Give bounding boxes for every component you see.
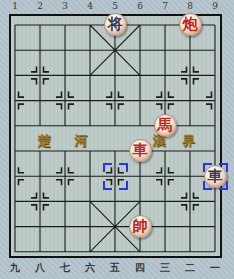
marker-corner [219,163,228,172]
file-label: 3 [53,0,78,12]
marker-corner [219,181,228,190]
file-label: 九 [3,261,28,275]
file-label: 七 [53,261,78,275]
file-label: 7 [153,0,178,12]
marker-corner [119,163,128,172]
marker-corner [103,181,112,190]
marker-corner [103,163,112,172]
piece-red-chariot[interactable]: 車 [129,139,152,162]
last-move-marker [103,164,128,189]
file-label: 2 [28,0,53,12]
file-label: 6 [128,0,153,12]
file-label: 八 [28,261,53,275]
xiangqi-app-screen: 1 2 3 4 5 6 7 8 9 楚 河 漢 界 将炮馬車車帥 九 八 七 六… [0,0,234,279]
piece-red-general[interactable]: 帥 [129,215,152,238]
marker-corner [119,181,128,190]
file-label: 1 [3,0,28,12]
file-label: 4 [78,0,103,12]
file-label: 8 [178,0,203,12]
piece-red-horse[interactable]: 馬 [154,114,177,137]
piece-grid[interactable]: 将炮馬車車帥 [3,12,228,264]
file-label: 二 [178,261,203,275]
file-labels-bottom: 九 八 七 六 五 四 三 二 一 [3,261,228,275]
piece-red-cannon[interactable]: 炮 [179,13,202,36]
piece-black-general[interactable]: 将 [104,13,127,36]
file-labels-top: 1 2 3 4 5 6 7 8 9 [3,0,228,12]
file-label: 六 [78,261,103,275]
file-label: 5 [103,0,128,12]
marker-corner [203,163,212,172]
file-label: 四 [128,261,153,275]
file-label: 三 [153,261,178,275]
marker-corner [203,181,212,190]
last-move-marker [203,164,228,189]
file-label: 一 [203,261,228,275]
file-label: 9 [203,0,228,12]
file-label: 五 [103,261,128,275]
